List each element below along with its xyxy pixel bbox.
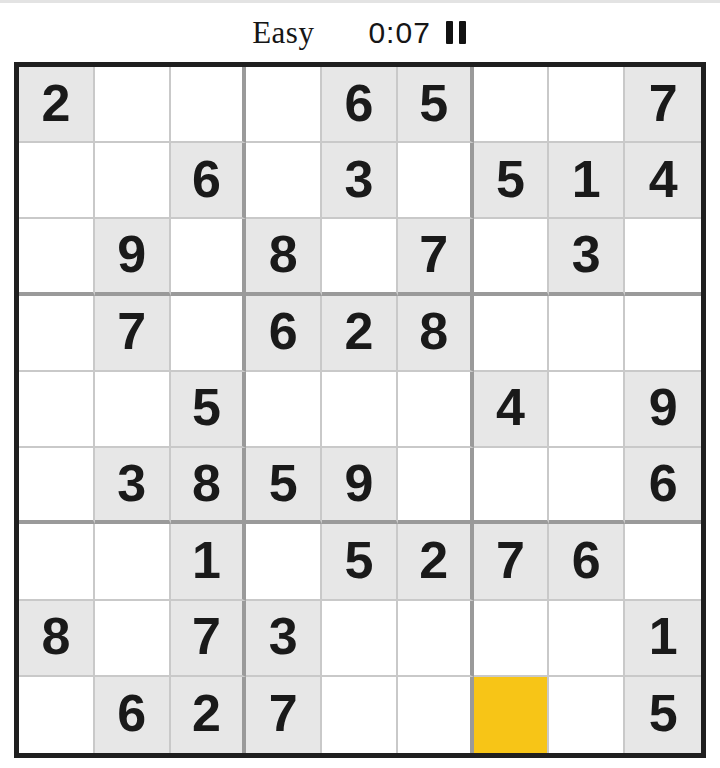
pause-icon bbox=[446, 21, 453, 44]
cell-r6c7[interactable] bbox=[474, 448, 550, 524]
cell-r1c3[interactable] bbox=[171, 67, 247, 143]
cell-r9c9[interactable]: 5 bbox=[625, 677, 701, 753]
cell-r5c9[interactable]: 9 bbox=[625, 372, 701, 448]
cell-r5c3[interactable]: 5 bbox=[171, 372, 247, 448]
cell-r7c6[interactable]: 2 bbox=[398, 524, 474, 600]
cell-r3c3[interactable] bbox=[171, 219, 247, 295]
cell-r4c8[interactable] bbox=[549, 296, 625, 372]
cell-r8c9[interactable]: 1 bbox=[625, 601, 701, 677]
cell-r9c6[interactable] bbox=[398, 677, 474, 753]
cell-r5c7[interactable]: 4 bbox=[474, 372, 550, 448]
sudoku-board: 26576351498737628549385961527687316275 bbox=[14, 62, 706, 758]
cell-r6c6[interactable] bbox=[398, 448, 474, 524]
cell-r7c2[interactable] bbox=[95, 524, 171, 600]
cell-r3c1[interactable] bbox=[19, 219, 95, 295]
cell-r6c8[interactable] bbox=[549, 448, 625, 524]
cell-r5c5[interactable] bbox=[322, 372, 398, 448]
cell-r1c5[interactable]: 6 bbox=[322, 67, 398, 143]
cell-r3c9[interactable] bbox=[625, 219, 701, 295]
cell-r8c7[interactable] bbox=[474, 601, 550, 677]
cell-r8c4[interactable]: 3 bbox=[246, 601, 322, 677]
cell-r3c7[interactable] bbox=[474, 219, 550, 295]
cell-r9c7[interactable] bbox=[474, 677, 550, 753]
header: Easy 0:07 bbox=[0, 3, 720, 62]
cell-r2c4[interactable] bbox=[246, 143, 322, 219]
cell-r9c4[interactable]: 7 bbox=[246, 677, 322, 753]
cell-r4c3[interactable] bbox=[171, 296, 247, 372]
cell-r2c5[interactable]: 3 bbox=[322, 143, 398, 219]
cell-r7c4[interactable] bbox=[246, 524, 322, 600]
cell-r6c9[interactable]: 6 bbox=[625, 448, 701, 524]
cell-r9c5[interactable] bbox=[322, 677, 398, 753]
cell-r4c9[interactable] bbox=[625, 296, 701, 372]
cell-r4c1[interactable] bbox=[19, 296, 95, 372]
cell-r2c8[interactable]: 1 bbox=[549, 143, 625, 219]
cell-r9c2[interactable]: 6 bbox=[95, 677, 171, 753]
cell-r3c4[interactable]: 8 bbox=[246, 219, 322, 295]
cell-r1c2[interactable] bbox=[95, 67, 171, 143]
cell-r9c1[interactable] bbox=[19, 677, 95, 753]
cell-r1c9[interactable]: 7 bbox=[625, 67, 701, 143]
cell-r5c4[interactable] bbox=[246, 372, 322, 448]
cell-r9c3[interactable]: 2 bbox=[171, 677, 247, 753]
cell-r1c4[interactable] bbox=[246, 67, 322, 143]
timer-group: 0:07 bbox=[368, 16, 467, 50]
cell-r5c1[interactable] bbox=[19, 372, 95, 448]
cell-r3c6[interactable]: 7 bbox=[398, 219, 474, 295]
cell-r5c8[interactable] bbox=[549, 372, 625, 448]
cell-r1c1[interactable]: 2 bbox=[19, 67, 95, 143]
cell-r4c4[interactable]: 6 bbox=[246, 296, 322, 372]
cell-r4c2[interactable]: 7 bbox=[95, 296, 171, 372]
cell-r8c3[interactable]: 7 bbox=[171, 601, 247, 677]
cell-r2c2[interactable] bbox=[95, 143, 171, 219]
cell-r4c5[interactable]: 2 bbox=[322, 296, 398, 372]
cell-r6c3[interactable]: 8 bbox=[171, 448, 247, 524]
cell-r6c5[interactable]: 9 bbox=[322, 448, 398, 524]
cell-r5c6[interactable] bbox=[398, 372, 474, 448]
cell-r7c1[interactable] bbox=[19, 524, 95, 600]
timer: 0:07 bbox=[368, 16, 430, 50]
cell-r9c8[interactable] bbox=[549, 677, 625, 753]
cell-r8c5[interactable] bbox=[322, 601, 398, 677]
cell-r1c8[interactable] bbox=[549, 67, 625, 143]
cell-r8c8[interactable] bbox=[549, 601, 625, 677]
cell-r3c2[interactable]: 9 bbox=[95, 219, 171, 295]
cell-r1c6[interactable]: 5 bbox=[398, 67, 474, 143]
cell-r7c8[interactable]: 6 bbox=[549, 524, 625, 600]
cell-r7c9[interactable] bbox=[625, 524, 701, 600]
cell-r4c6[interactable]: 8 bbox=[398, 296, 474, 372]
cell-r6c2[interactable]: 3 bbox=[95, 448, 171, 524]
cell-r7c3[interactable]: 1 bbox=[171, 524, 247, 600]
cell-r2c3[interactable]: 6 bbox=[171, 143, 247, 219]
cell-r2c1[interactable] bbox=[19, 143, 95, 219]
cell-r2c9[interactable]: 4 bbox=[625, 143, 701, 219]
cell-r8c2[interactable] bbox=[95, 601, 171, 677]
cell-r4c7[interactable] bbox=[474, 296, 550, 372]
cell-r3c8[interactable]: 3 bbox=[549, 219, 625, 295]
cell-r1c7[interactable] bbox=[474, 67, 550, 143]
cell-r2c6[interactable] bbox=[398, 143, 474, 219]
cell-r5c2[interactable] bbox=[95, 372, 171, 448]
pause-icon bbox=[459, 21, 466, 44]
pause-button[interactable] bbox=[444, 19, 468, 46]
cell-r8c6[interactable] bbox=[398, 601, 474, 677]
cell-r2c7[interactable]: 5 bbox=[474, 143, 550, 219]
cell-r6c1[interactable] bbox=[19, 448, 95, 524]
cell-r3c5[interactable] bbox=[322, 219, 398, 295]
cell-r7c7[interactable]: 7 bbox=[474, 524, 550, 600]
cell-r7c5[interactable]: 5 bbox=[322, 524, 398, 600]
cell-r6c4[interactable]: 5 bbox=[246, 448, 322, 524]
difficulty-label: Easy bbox=[252, 15, 314, 51]
cell-r8c1[interactable]: 8 bbox=[19, 601, 95, 677]
